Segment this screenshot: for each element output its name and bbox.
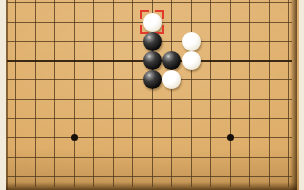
star-point — [227, 134, 234, 141]
grid-vline-15 — [288, 0, 289, 187]
grid-hline-1 — [7, 2, 292, 3]
grid-vline-1 — [15, 0, 16, 187]
grid-vline-9 — [171, 0, 172, 187]
grid-vline-14 — [269, 0, 270, 187]
grid-vline-10 — [191, 0, 192, 187]
grid-vline-13 — [249, 0, 250, 187]
stone-black-c8-r5 — [143, 70, 162, 89]
grid-hline-8 — [7, 137, 292, 138]
board-right-edge — [290, 0, 297, 190]
star-point — [71, 134, 78, 141]
screenshot-root — [0, 0, 304, 190]
stone-white-c10-r4 — [182, 51, 201, 70]
stone-black-c8-r4 — [143, 51, 162, 70]
marker-corner-tl — [140, 10, 149, 19]
marker-corner-tr — [155, 10, 164, 19]
grid-vline-3 — [54, 0, 55, 187]
stone-white-c10-r3 — [182, 32, 201, 51]
grid-vline-7 — [132, 0, 133, 187]
grid-vline-12 — [230, 0, 231, 187]
grid-vline-6 — [113, 0, 114, 187]
stone-black-c9-r4 — [162, 51, 181, 70]
grid-vline-2 — [35, 0, 36, 187]
grid-vline-4 — [74, 0, 75, 187]
grid-hline-6 — [7, 99, 292, 100]
stone-black-c8-r3 — [143, 32, 162, 51]
grid-hline-9 — [7, 157, 292, 158]
grid-vline-11 — [210, 0, 211, 187]
grid-hline-10 — [7, 176, 292, 177]
grid-vline-5 — [93, 0, 94, 187]
last-move-marker-icon — [140, 10, 164, 34]
grid-hline-7 — [7, 118, 292, 119]
